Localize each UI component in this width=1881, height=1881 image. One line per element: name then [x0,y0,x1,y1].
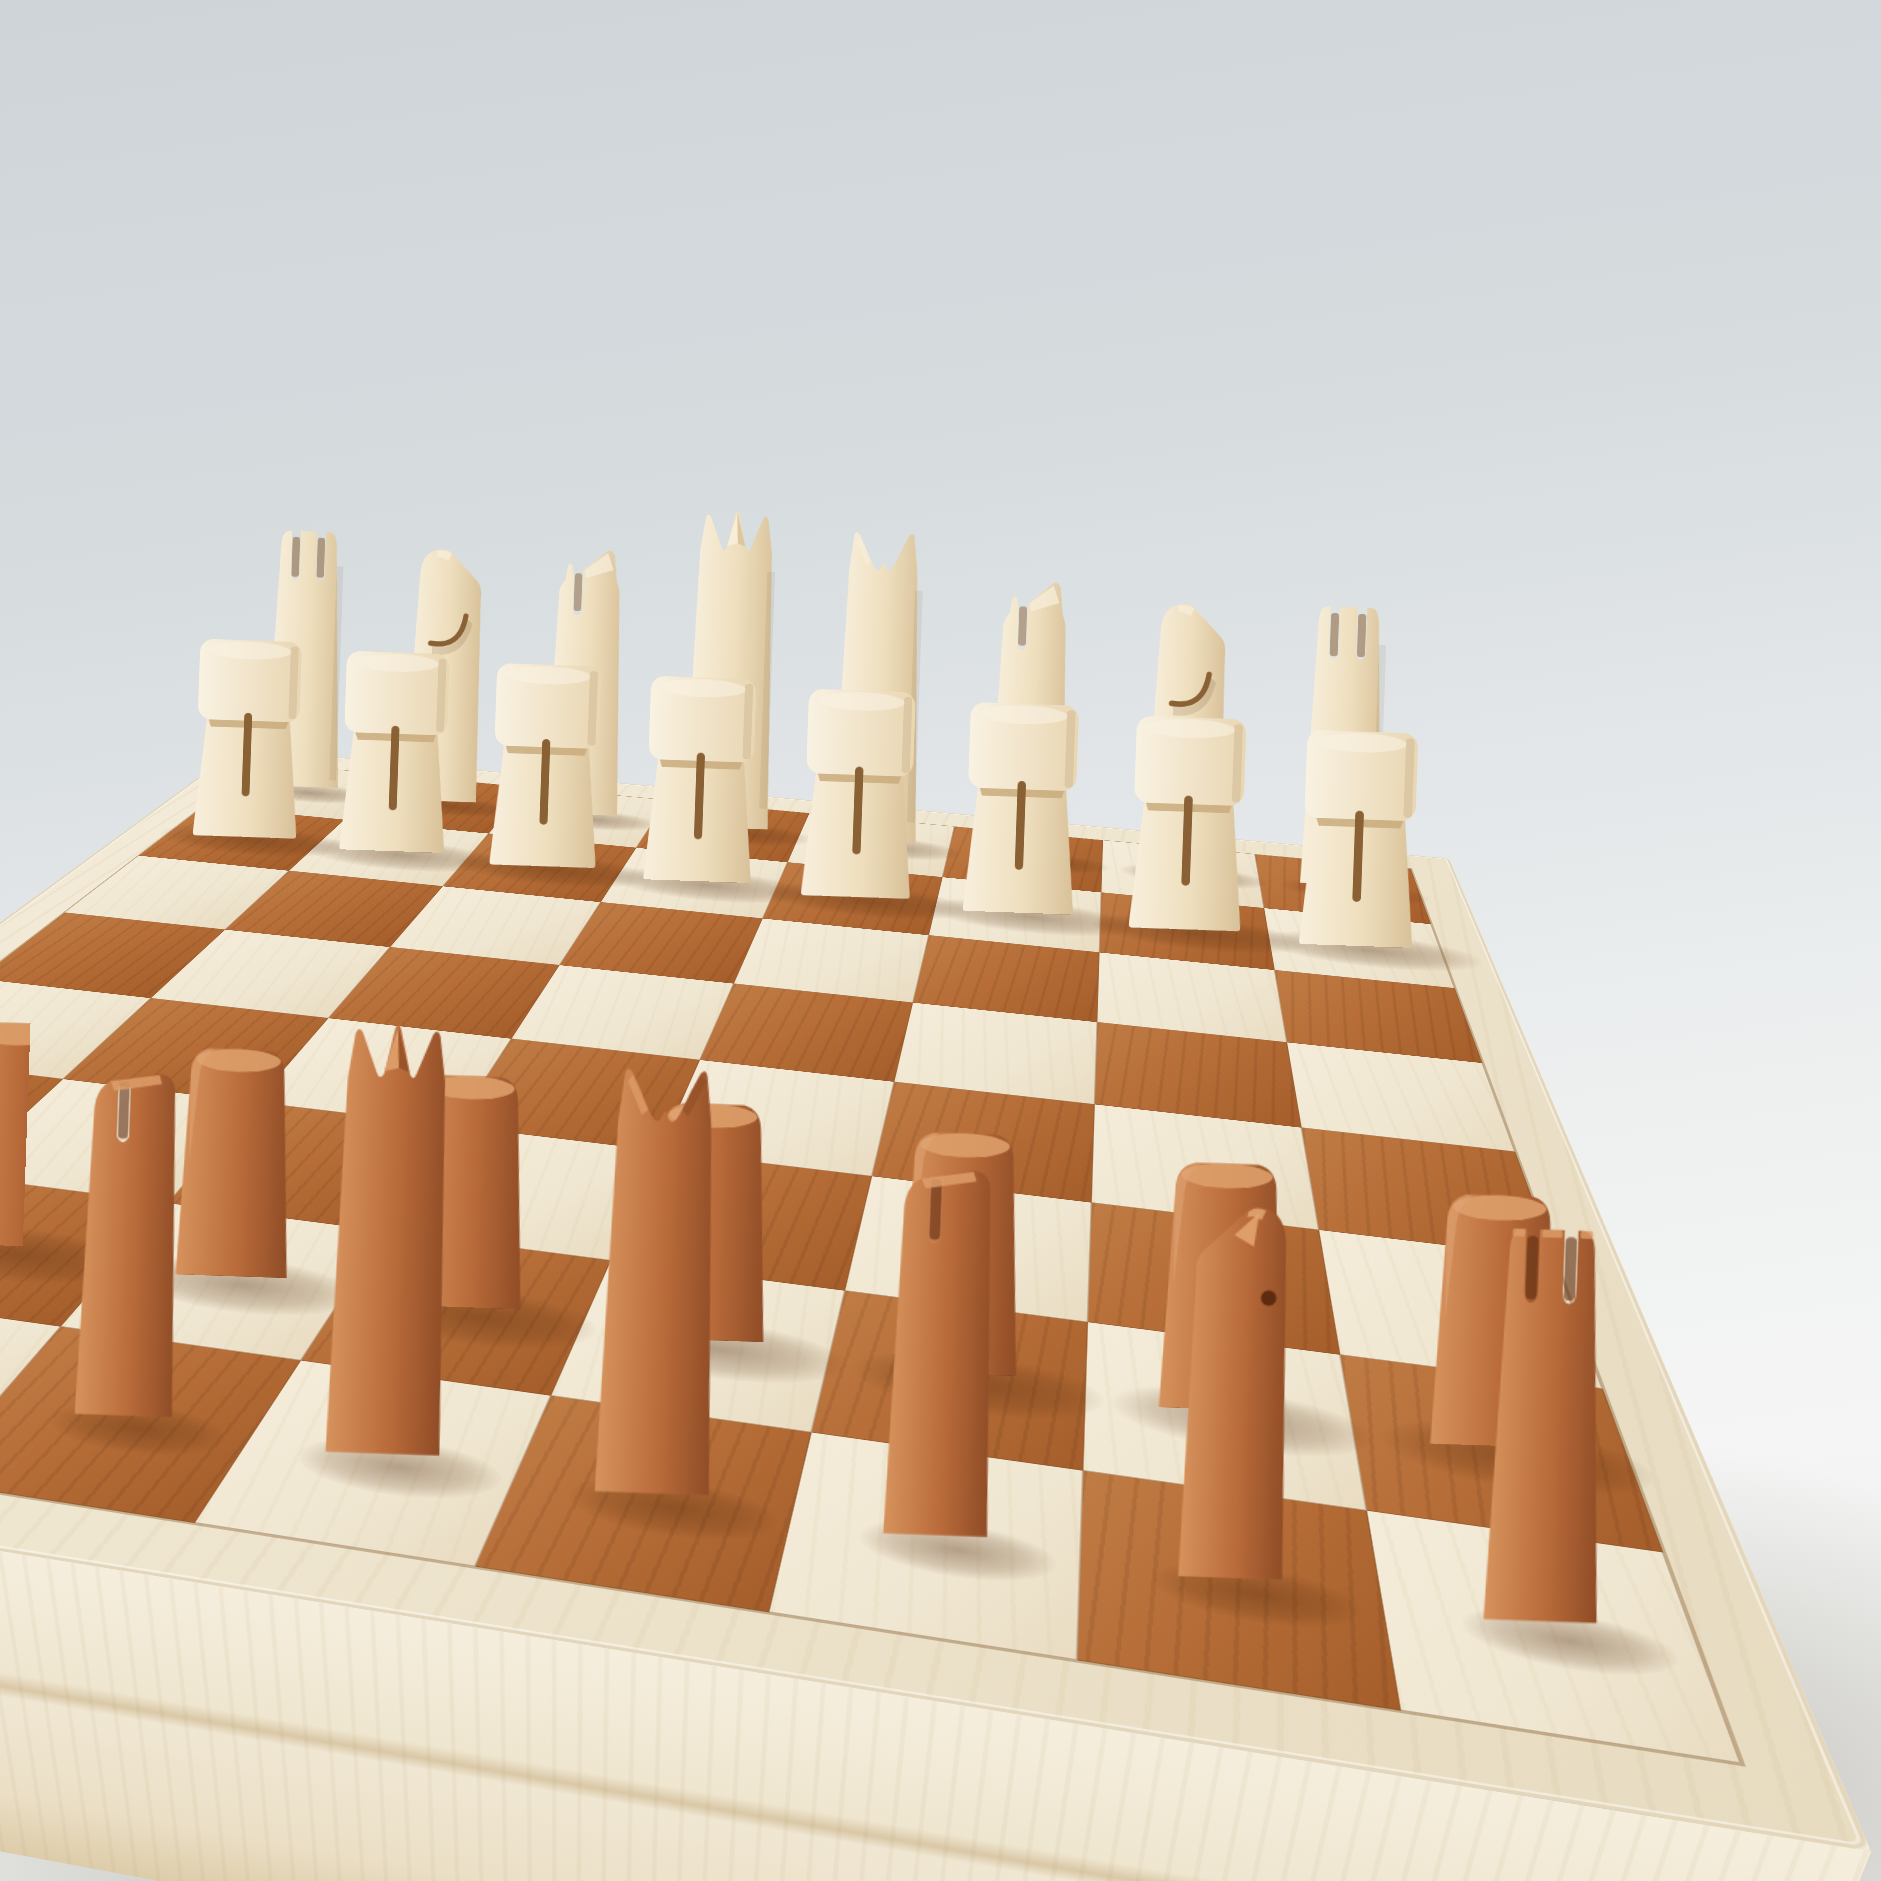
piece-black-bishop-c8[interactable] [870,1127,1014,1540]
square-g8[interactable] [0,1294,61,1481]
piece-black-knight-b8[interactable] [1163,1170,1312,1584]
piece-black-king-e8[interactable] [313,1009,467,1458]
piece-black-queen-d8[interactable] [582,1050,737,1499]
piece-black-rook-a8[interactable] [1472,1189,1623,1629]
piece-black-bishop-f8[interactable] [62,1033,197,1420]
